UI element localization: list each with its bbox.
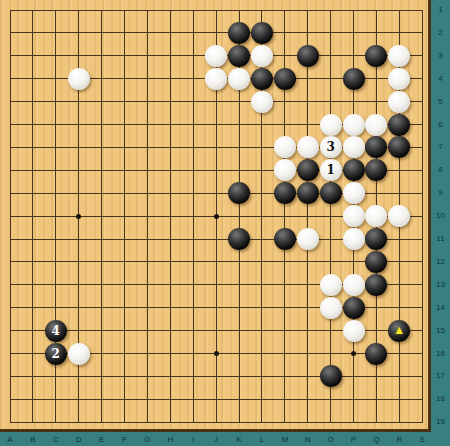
row-label: 18 bbox=[431, 394, 450, 404]
stone-white[interactable]: 1 bbox=[320, 159, 342, 181]
row-label: 4 bbox=[431, 74, 450, 84]
stone-black[interactable] bbox=[228, 45, 250, 67]
stone-white[interactable] bbox=[320, 297, 342, 319]
stone-black[interactable] bbox=[274, 68, 296, 90]
stone-white[interactable] bbox=[388, 68, 410, 90]
column-label: J bbox=[209, 434, 223, 445]
row-label: 16 bbox=[431, 349, 450, 359]
column-label: O bbox=[324, 434, 338, 445]
row-label: 13 bbox=[431, 280, 450, 290]
stone-white[interactable] bbox=[68, 343, 90, 365]
stone-white[interactable] bbox=[343, 114, 365, 136]
row-label: 9 bbox=[431, 188, 450, 198]
stone-black[interactable] bbox=[343, 297, 365, 319]
move-number-label: 4 bbox=[45, 320, 67, 342]
stone-white[interactable] bbox=[205, 45, 227, 67]
move-number-label: 2 bbox=[45, 343, 67, 365]
grid-line-horizontal bbox=[10, 422, 423, 423]
stone-white[interactable] bbox=[343, 205, 365, 227]
stone-black[interactable]: 4 bbox=[45, 320, 67, 342]
column-label: B bbox=[26, 434, 40, 445]
column-label: L bbox=[255, 434, 269, 445]
stone-white[interactable] bbox=[343, 274, 365, 296]
stone-black[interactable] bbox=[365, 228, 387, 250]
column-label: A bbox=[3, 434, 17, 445]
stone-white[interactable] bbox=[343, 228, 365, 250]
stone-white[interactable] bbox=[320, 274, 342, 296]
stone-white[interactable] bbox=[297, 136, 319, 158]
column-label: E bbox=[95, 434, 109, 445]
row-label: 8 bbox=[431, 165, 450, 175]
stone-white[interactable] bbox=[320, 114, 342, 136]
grid-line-horizontal bbox=[10, 261, 423, 262]
star-point bbox=[214, 214, 219, 219]
star-point bbox=[351, 351, 356, 356]
row-label: 11 bbox=[431, 234, 450, 244]
stone-black[interactable] bbox=[388, 114, 410, 136]
stone-black[interactable] bbox=[320, 182, 342, 204]
column-label: D bbox=[72, 434, 86, 445]
grid-line-horizontal bbox=[10, 376, 423, 377]
row-label: 14 bbox=[431, 303, 450, 313]
stone-black[interactable] bbox=[228, 228, 250, 250]
stone-white[interactable] bbox=[274, 136, 296, 158]
stone-white[interactable] bbox=[343, 136, 365, 158]
stone-white[interactable] bbox=[228, 68, 250, 90]
stone-white[interactable] bbox=[365, 205, 387, 227]
stone-white[interactable] bbox=[205, 68, 227, 90]
column-label: Q bbox=[369, 434, 383, 445]
column-label: N bbox=[301, 434, 315, 445]
row-label: 17 bbox=[431, 371, 450, 381]
stone-black[interactable]: ▲ bbox=[388, 320, 410, 342]
column-label: M bbox=[278, 434, 292, 445]
row-label: 7 bbox=[431, 142, 450, 152]
column-label: K bbox=[232, 434, 246, 445]
stone-black[interactable] bbox=[343, 68, 365, 90]
row-label: 10 bbox=[431, 211, 450, 221]
stone-black[interactable] bbox=[274, 182, 296, 204]
move-number-label: 1 bbox=[320, 159, 342, 181]
stone-black[interactable]: 2 bbox=[45, 343, 67, 365]
column-label: C bbox=[49, 434, 63, 445]
stone-white[interactable] bbox=[388, 91, 410, 113]
stone-black[interactable] bbox=[274, 228, 296, 250]
bottom-coordinate-strip: ABCDEFGHIJKLMNOPQRS bbox=[0, 432, 450, 446]
column-label: H bbox=[163, 434, 177, 445]
go-app-window: 314▲2 12345678910111213141516171819 ABCD… bbox=[0, 0, 450, 446]
go-board[interactable]: 314▲2 bbox=[0, 0, 431, 432]
stone-black[interactable] bbox=[297, 182, 319, 204]
stone-black[interactable] bbox=[365, 251, 387, 273]
row-label: 2 bbox=[431, 28, 450, 38]
row-label: 5 bbox=[431, 97, 450, 107]
row-label: 1 bbox=[431, 5, 450, 15]
stone-black[interactable] bbox=[343, 159, 365, 181]
stone-white[interactable] bbox=[251, 45, 273, 67]
grid-line-vertical bbox=[422, 10, 423, 423]
star-point bbox=[76, 214, 81, 219]
stone-white[interactable] bbox=[343, 182, 365, 204]
stone-black[interactable] bbox=[365, 159, 387, 181]
move-number-label: 3 bbox=[320, 136, 342, 158]
stone-white[interactable] bbox=[251, 91, 273, 113]
stone-black[interactable] bbox=[251, 68, 273, 90]
stone-white[interactable] bbox=[365, 114, 387, 136]
row-label: 3 bbox=[431, 51, 450, 61]
star-point bbox=[214, 351, 219, 356]
column-label: F bbox=[118, 434, 132, 445]
stone-white[interactable] bbox=[297, 228, 319, 250]
stone-black[interactable] bbox=[365, 136, 387, 158]
stone-white[interactable] bbox=[343, 320, 365, 342]
stone-black[interactable] bbox=[365, 274, 387, 296]
stone-black[interactable] bbox=[251, 22, 273, 44]
stone-white[interactable] bbox=[388, 45, 410, 67]
row-label: 6 bbox=[431, 120, 450, 130]
stone-white[interactable] bbox=[68, 68, 90, 90]
stone-white[interactable]: 3 bbox=[320, 136, 342, 158]
stone-black[interactable] bbox=[388, 136, 410, 158]
column-label: G bbox=[140, 434, 154, 445]
stone-white[interactable] bbox=[388, 205, 410, 227]
triangle-marker-icon: ▲ bbox=[388, 320, 410, 342]
stone-black[interactable] bbox=[320, 365, 342, 387]
stone-black[interactable] bbox=[228, 182, 250, 204]
column-label: P bbox=[347, 434, 361, 445]
stone-black[interactable] bbox=[297, 45, 319, 67]
stone-white[interactable] bbox=[274, 159, 296, 181]
column-label: R bbox=[392, 434, 406, 445]
row-label: 15 bbox=[431, 326, 450, 336]
grid-line-horizontal bbox=[10, 399, 423, 400]
stone-black[interactable] bbox=[228, 22, 250, 44]
grid-line-vertical bbox=[307, 10, 308, 423]
stone-black[interactable] bbox=[297, 159, 319, 181]
stone-black[interactable] bbox=[365, 45, 387, 67]
row-label: 12 bbox=[431, 257, 450, 267]
column-label: I bbox=[186, 434, 200, 445]
stone-black[interactable] bbox=[365, 343, 387, 365]
row-label: 19 bbox=[431, 417, 450, 427]
right-coordinate-strip: 12345678910111213141516171819 bbox=[431, 0, 450, 432]
grid-line-vertical bbox=[330, 10, 331, 423]
column-label: S bbox=[415, 434, 429, 445]
